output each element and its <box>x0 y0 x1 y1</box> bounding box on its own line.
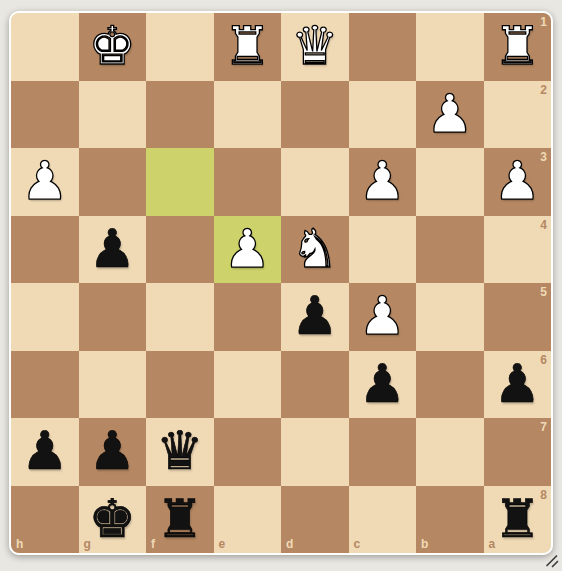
square-d8[interactable]: d <box>281 486 349 554</box>
square-e3[interactable] <box>214 148 282 216</box>
square-b4[interactable] <box>416 216 484 284</box>
square-e1[interactable]: ♜ <box>214 13 282 81</box>
white-pawn-c3[interactable]: ♟ <box>358 154 406 207</box>
square-a1[interactable]: 1♜ <box>484 13 552 81</box>
square-e6[interactable] <box>214 351 282 419</box>
square-f6[interactable] <box>146 351 214 419</box>
square-f3[interactable] <box>146 148 214 216</box>
square-d7[interactable] <box>281 418 349 486</box>
white-knight-d4[interactable]: ♞ <box>291 222 339 275</box>
square-d3[interactable] <box>281 148 349 216</box>
square-c1[interactable] <box>349 13 417 81</box>
square-f5[interactable] <box>146 283 214 351</box>
black-pawn-g7[interactable]: ♟ <box>88 424 136 477</box>
white-pawn-c5[interactable]: ♟ <box>358 289 406 342</box>
square-d5[interactable]: ♟ <box>281 283 349 351</box>
square-b8[interactable]: b <box>416 486 484 554</box>
square-h1[interactable] <box>11 13 79 81</box>
square-c5[interactable]: ♟ <box>349 283 417 351</box>
square-h2[interactable] <box>11 81 79 149</box>
square-c3[interactable]: ♟ <box>349 148 417 216</box>
square-b3[interactable] <box>416 148 484 216</box>
square-e4[interactable]: ♟ <box>214 216 282 284</box>
black-pawn-a6[interactable]: ♟ <box>493 357 541 410</box>
white-rook-a1[interactable]: ♜ <box>493 19 541 72</box>
white-pawn-e4[interactable]: ♟ <box>223 222 271 275</box>
page-background: ♚♜♛1♜♟2♟♟3♟♟♟♞4♟♟5♟6♟♟♟♛7hg♚f♜edcba8♜ <box>0 0 562 571</box>
square-g4[interactable]: ♟ <box>79 216 147 284</box>
black-pawn-h7[interactable]: ♟ <box>21 424 69 477</box>
square-g1[interactable]: ♚ <box>79 13 147 81</box>
square-b1[interactable] <box>416 13 484 81</box>
square-d1[interactable]: ♛ <box>281 13 349 81</box>
rank-label-3: 3 <box>540 151 547 163</box>
square-c4[interactable] <box>349 216 417 284</box>
square-h4[interactable] <box>11 216 79 284</box>
resize-handle-icon[interactable] <box>543 552 561 570</box>
rank-label-4: 4 <box>540 219 547 231</box>
square-g7[interactable]: ♟ <box>79 418 147 486</box>
chess-board: ♚♜♛1♜♟2♟♟3♟♟♟♞4♟♟5♟6♟♟♟♛7hg♚f♜edcba8♜ <box>9 11 553 555</box>
black-rook-a8[interactable]: ♜ <box>493 492 541 545</box>
square-d2[interactable] <box>281 81 349 149</box>
rank-label-8: 8 <box>540 489 547 501</box>
white-king-g1[interactable]: ♚ <box>88 19 136 72</box>
black-pawn-c6[interactable]: ♟ <box>358 357 406 410</box>
square-c8[interactable]: c <box>349 486 417 554</box>
square-a2[interactable]: 2 <box>484 81 552 149</box>
square-g8[interactable]: g♚ <box>79 486 147 554</box>
square-b7[interactable] <box>416 418 484 486</box>
white-rook-e1[interactable]: ♜ <box>223 19 271 72</box>
black-pawn-d5[interactable]: ♟ <box>291 289 339 342</box>
square-h3[interactable]: ♟ <box>11 148 79 216</box>
file-label-f: f <box>151 538 155 550</box>
square-h8[interactable]: h <box>11 486 79 554</box>
square-f4[interactable] <box>146 216 214 284</box>
file-label-h: h <box>16 538 23 550</box>
square-d6[interactable] <box>281 351 349 419</box>
white-pawn-h3[interactable]: ♟ <box>21 154 69 207</box>
square-g2[interactable] <box>79 81 147 149</box>
white-pawn-a3[interactable]: ♟ <box>493 154 541 207</box>
file-label-c: c <box>354 538 361 550</box>
file-label-b: b <box>421 538 428 550</box>
square-f2[interactable] <box>146 81 214 149</box>
file-label-e: e <box>219 538 226 550</box>
square-a5[interactable]: 5 <box>484 283 552 351</box>
square-a3[interactable]: 3♟ <box>484 148 552 216</box>
square-g5[interactable] <box>79 283 147 351</box>
square-b5[interactable] <box>416 283 484 351</box>
square-h6[interactable] <box>11 351 79 419</box>
square-a8[interactable]: a8♜ <box>484 486 552 554</box>
black-rook-f8[interactable]: ♜ <box>156 492 204 545</box>
square-a6[interactable]: 6♟ <box>484 351 552 419</box>
square-b6[interactable] <box>416 351 484 419</box>
square-b2[interactable]: ♟ <box>416 81 484 149</box>
black-pawn-g4[interactable]: ♟ <box>88 222 136 275</box>
square-e8[interactable]: e <box>214 486 282 554</box>
square-a7[interactable]: 7 <box>484 418 552 486</box>
square-f1[interactable] <box>146 13 214 81</box>
square-c6[interactable]: ♟ <box>349 351 417 419</box>
square-e5[interactable] <box>214 283 282 351</box>
square-g3[interactable] <box>79 148 147 216</box>
square-f8[interactable]: f♜ <box>146 486 214 554</box>
square-c2[interactable] <box>349 81 417 149</box>
square-c7[interactable] <box>349 418 417 486</box>
square-d4[interactable]: ♞ <box>281 216 349 284</box>
black-king-g8[interactable]: ♚ <box>88 492 136 545</box>
black-queen-f7[interactable]: ♛ <box>156 424 204 477</box>
square-e2[interactable] <box>214 81 282 149</box>
rank-label-5: 5 <box>540 286 547 298</box>
white-queen-d1[interactable]: ♛ <box>291 19 339 72</box>
square-f7[interactable]: ♛ <box>146 418 214 486</box>
square-g6[interactable] <box>79 351 147 419</box>
square-h5[interactable] <box>11 283 79 351</box>
square-e7[interactable] <box>214 418 282 486</box>
white-pawn-b2[interactable]: ♟ <box>426 87 474 140</box>
rank-label-7: 7 <box>540 421 547 433</box>
square-h7[interactable]: ♟ <box>11 418 79 486</box>
rank-label-6: 6 <box>540 354 547 366</box>
rank-label-1: 1 <box>540 16 547 28</box>
square-a4[interactable]: 4 <box>484 216 552 284</box>
file-label-d: d <box>286 538 293 550</box>
rank-label-2: 2 <box>540 84 547 96</box>
